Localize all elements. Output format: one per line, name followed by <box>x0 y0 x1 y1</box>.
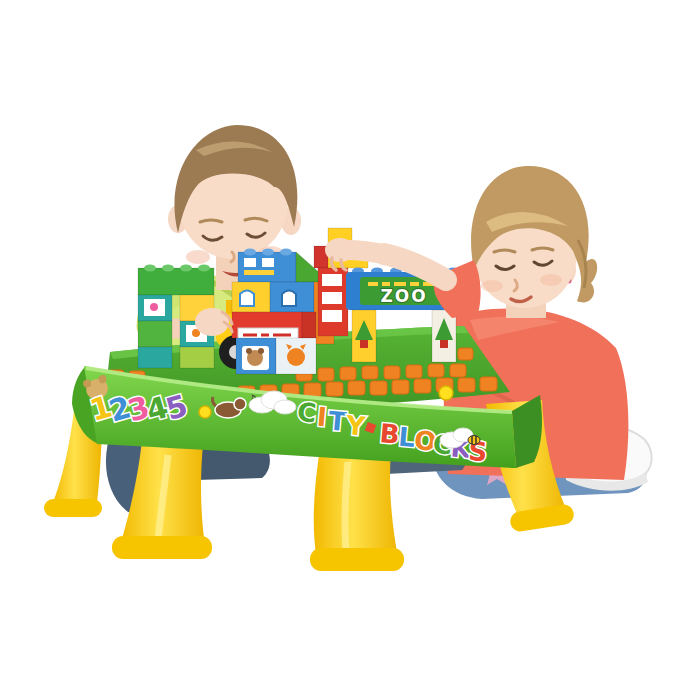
scene-illustration: ZOO <box>0 0 700 700</box>
table-leg-front-right <box>310 448 404 571</box>
svg-text:C: C <box>296 397 318 429</box>
girl-hand <box>325 238 355 262</box>
bee-decal <box>468 436 480 445</box>
apron-button-right <box>439 386 453 400</box>
boy-blush-left <box>186 250 210 264</box>
girl-blush-right <box>540 274 562 286</box>
product-photo-stage: ZOO <box>0 0 700 700</box>
girl-blush-left <box>481 280 503 292</box>
zoo-sign-text: ZOO <box>380 286 427 306</box>
svg-text:Y: Y <box>344 410 368 442</box>
apron-button-left <box>199 406 211 418</box>
